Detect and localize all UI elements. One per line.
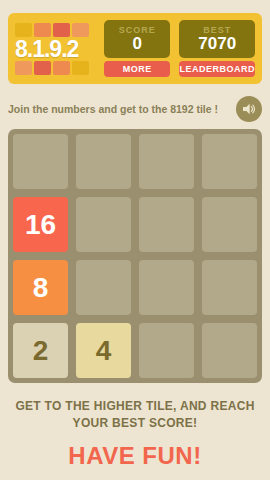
logo-square [72,23,89,37]
more-button[interactable]: MORE [104,61,170,77]
empty-cell [202,197,257,252]
logo-square [53,61,70,75]
empty-cell [202,260,257,315]
logo-square [34,23,51,37]
footer-line-2: YOUR BEST SCORE! [0,415,270,432]
empty-cell [76,134,131,189]
empty-cell [76,197,131,252]
score-value: 0 [133,35,142,53]
score-column: SCORE 0 MORE [104,20,170,77]
app-root: 8.1.9.2 SCORE 0 MORE BEST 7070 LEADERBOA… [0,0,270,480]
footer-line-1: GET TO THE HIGHER TILE, AND REACH [0,398,270,415]
logo-square [15,61,32,75]
tile-4: 4 [76,323,131,378]
logo-squares-bottom [15,61,89,75]
logo-square [72,61,89,75]
logo-square [34,61,51,75]
score-box: SCORE 0 [104,20,170,58]
best-column: BEST 7070 LEADERBOARD [179,20,255,77]
empty-cell [13,134,68,189]
logo-square [15,23,32,37]
tile-2: 2 [13,323,68,378]
subtitle-row: Join the numbers and get to the 8192 til… [8,94,262,124]
logo-squares-top [15,23,89,37]
footer: GET TO THE HIGHER TILE, AND REACH YOUR B… [0,398,270,470]
sound-button[interactable] [236,96,262,122]
empty-cell [139,134,194,189]
logo-square [53,23,70,37]
tile-16: 16 [13,197,68,252]
empty-cell [76,260,131,315]
best-box: BEST 7070 [179,20,255,58]
empty-cell [202,134,257,189]
have-fun-text: HAVE FUN! [0,442,270,470]
empty-cell [202,323,257,378]
header-panel: 8.1.9.2 SCORE 0 MORE BEST 7070 LEADERBOA… [8,13,262,84]
game-board[interactable]: 16824 [8,129,262,383]
leaderboard-button[interactable]: LEADERBOARD [179,61,255,77]
empty-cell [139,323,194,378]
subtitle-text: Join the numbers and get to the 8192 til… [8,103,236,115]
logo-text: 8.1.9.2 [15,38,78,60]
tile-8: 8 [13,260,68,315]
empty-cell [139,197,194,252]
best-value: 7070 [198,35,236,53]
game-logo: 8.1.9.2 [15,23,95,75]
speaker-volume-icon [241,101,257,117]
empty-cell [139,260,194,315]
